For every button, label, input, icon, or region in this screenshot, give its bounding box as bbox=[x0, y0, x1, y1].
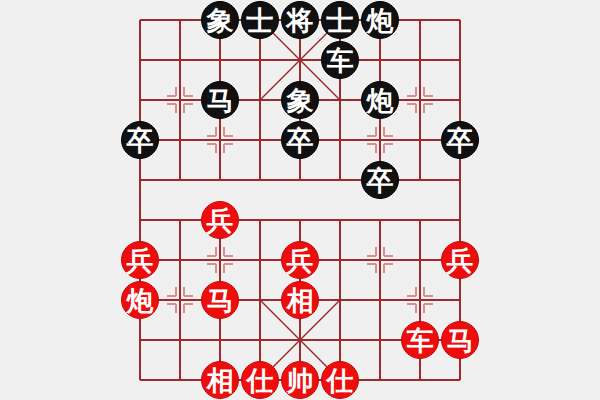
piece-red-soldier[interactable]: 兵 bbox=[281, 241, 319, 279]
piece-black-soldier[interactable]: 卒 bbox=[441, 121, 479, 159]
piece-red-horse[interactable]: 马 bbox=[441, 321, 479, 359]
piece-red-cannon[interactable]: 炮 bbox=[121, 281, 159, 319]
piece-black-elephant[interactable]: 象 bbox=[281, 81, 319, 119]
piece-red-horse[interactable]: 马 bbox=[201, 281, 239, 319]
xiangqi-board[interactable]: 象士将士炮车马象炮卒卒卒卒兵兵兵兵炮马相车马相仕帅仕 bbox=[120, 0, 480, 400]
piece-red-soldier[interactable]: 兵 bbox=[121, 241, 159, 279]
piece-red-soldier[interactable]: 兵 bbox=[441, 241, 479, 279]
piece-black-soldier[interactable]: 卒 bbox=[121, 121, 159, 159]
piece-black-cannon[interactable]: 炮 bbox=[361, 1, 399, 39]
piece-red-soldier[interactable]: 兵 bbox=[201, 201, 239, 239]
piece-red-chariot[interactable]: 车 bbox=[401, 321, 439, 359]
piece-black-advisor[interactable]: 士 bbox=[321, 1, 359, 39]
piece-black-soldier[interactable]: 卒 bbox=[281, 121, 319, 159]
piece-black-horse[interactable]: 马 bbox=[201, 81, 239, 119]
piece-black-elephant[interactable]: 象 bbox=[201, 1, 239, 39]
piece-red-general[interactable]: 帅 bbox=[281, 361, 319, 399]
piece-black-general[interactable]: 将 bbox=[281, 1, 319, 39]
piece-black-cannon[interactable]: 炮 bbox=[361, 81, 399, 119]
piece-black-advisor[interactable]: 士 bbox=[241, 1, 279, 39]
piece-red-advisor[interactable]: 仕 bbox=[241, 361, 279, 399]
piece-red-elephant[interactable]: 相 bbox=[201, 361, 239, 399]
piece-red-elephant[interactable]: 相 bbox=[281, 281, 319, 319]
piece-black-chariot[interactable]: 车 bbox=[321, 41, 359, 79]
piece-red-advisor[interactable]: 仕 bbox=[321, 361, 359, 399]
xiangqi-board-screenshot: 象士将士炮车马象炮卒卒卒卒兵兵兵兵炮马相车马相仕帅仕 bbox=[0, 0, 600, 400]
piece-black-soldier[interactable]: 卒 bbox=[361, 161, 399, 199]
